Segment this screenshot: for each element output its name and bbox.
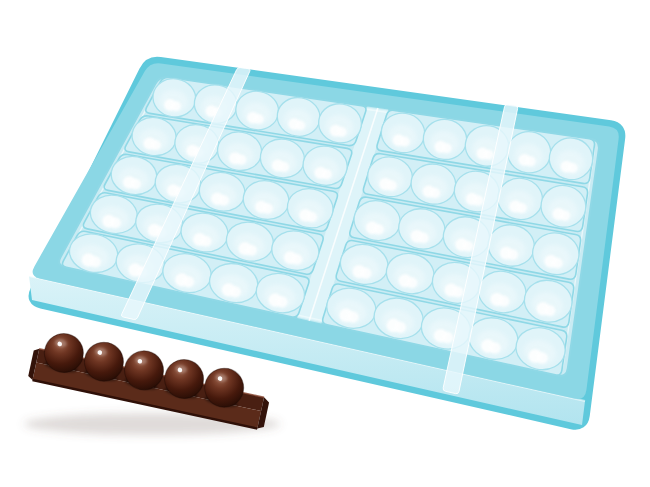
product-photo: Blue transparent polycarbonate chocolate… [0, 0, 650, 487]
product-photo-canvas [0, 0, 650, 487]
